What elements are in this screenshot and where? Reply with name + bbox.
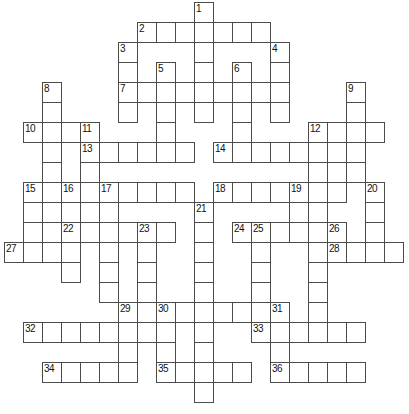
- grid-cell-r7c5[interactable]: [99, 142, 119, 163]
- grid-cell-r12c1[interactable]: [23, 242, 43, 263]
- clue-number-28: 28: [329, 243, 339, 254]
- grid-cell-r12c19[interactable]: [365, 242, 385, 263]
- grid-cell-r2c10[interactable]: [194, 42, 214, 63]
- grid-cell-r4c7[interactable]: [137, 82, 157, 103]
- grid-cell-r7c13[interactable]: [251, 142, 271, 163]
- clue-number-3: 3: [120, 43, 125, 54]
- grid-cell-r16c10[interactable]: [194, 322, 214, 343]
- grid-cell-r13c13[interactable]: [251, 262, 271, 283]
- clue-number-21: 21: [196, 203, 206, 214]
- grid-cell-r18c12[interactable]: [232, 362, 252, 383]
- grid-cell-r18c18[interactable]: [346, 362, 366, 383]
- grid-cell-r12c16[interactable]: [308, 242, 328, 263]
- grid-cell-r12c10[interactable]: [194, 242, 214, 263]
- grid-cell-r9c6[interactable]: [118, 182, 138, 203]
- clue-number-4: 4: [272, 43, 277, 54]
- grid-cell-r11c1[interactable]: [23, 222, 43, 243]
- grid-cell-r9c13[interactable]: [251, 182, 271, 203]
- grid-cell-r18c2[interactable]: 34: [42, 362, 62, 383]
- crossword-grid: 1234568791011121314151617181920212223242…: [4, 2, 407, 406]
- grid-cell-r11c15[interactable]: [289, 222, 309, 243]
- grid-cell-r11c17[interactable]: 26: [327, 222, 347, 243]
- grid-cell-r9c14[interactable]: [270, 182, 290, 203]
- grid-cell-r2c14[interactable]: 4: [270, 42, 290, 63]
- grid-cell-r6c3[interactable]: [61, 122, 81, 143]
- grid-cell-r15c6[interactable]: 29: [118, 302, 138, 323]
- grid-cell-r1c12[interactable]: [232, 22, 252, 43]
- grid-cell-r16c6[interactable]: [118, 322, 138, 343]
- grid-cell-r18c8[interactable]: 35: [156, 362, 176, 383]
- grid-cell-r7c4[interactable]: 13: [80, 142, 100, 163]
- grid-cell-r16c15[interactable]: [289, 322, 309, 343]
- grid-cell-r9c16[interactable]: [308, 182, 328, 203]
- grid-cell-r18c14[interactable]: 36: [270, 362, 290, 383]
- grid-cell-r11c7[interactable]: 23: [137, 222, 157, 243]
- grid-cell-r9c7[interactable]: [137, 182, 157, 203]
- grid-cell-r6c18[interactable]: [346, 122, 366, 143]
- grid-cell-r15c12[interactable]: [232, 302, 252, 323]
- grid-cell-r2c6[interactable]: 3: [118, 42, 138, 63]
- grid-cell-r9c15[interactable]: 19: [289, 182, 309, 203]
- grid-cell-r13c10[interactable]: [194, 262, 214, 283]
- grid-cell-r14c7[interactable]: [137, 282, 157, 303]
- clue-number-10: 10: [25, 123, 35, 134]
- grid-cell-r8c18[interactable]: [346, 162, 366, 183]
- grid-cell-r5c10[interactable]: [194, 102, 214, 123]
- grid-cell-r9c5[interactable]: 17: [99, 182, 119, 203]
- grid-cell-r10c15[interactable]: [289, 202, 309, 223]
- grid-cell-r4c10[interactable]: [194, 82, 214, 103]
- grid-cell-r9c8[interactable]: [156, 182, 176, 203]
- grid-cell-r15c14[interactable]: 31: [270, 302, 290, 323]
- clue-number-29: 29: [120, 303, 130, 314]
- clue-number-33: 33: [253, 323, 263, 334]
- grid-cell-r6c4[interactable]: 11: [80, 122, 100, 143]
- grid-cell-r18c6[interactable]: [118, 362, 138, 383]
- grid-cell-r12c7[interactable]: [137, 242, 157, 263]
- grid-cell-r5c6[interactable]: [118, 102, 138, 123]
- grid-cell-r8c16[interactable]: [308, 162, 328, 183]
- grid-cell-r0c10[interactable]: 1: [194, 2, 214, 23]
- grid-cell-r7c8[interactable]: [156, 142, 176, 163]
- clue-number-22: 22: [63, 223, 73, 234]
- grid-cell-r11c3[interactable]: 22: [61, 222, 81, 243]
- grid-cell-r7c7[interactable]: [137, 142, 157, 163]
- grid-cell-r8c4[interactable]: [80, 162, 100, 183]
- clue-number-1: 1: [196, 3, 201, 14]
- grid-cell-r12c20[interactable]: [384, 242, 404, 263]
- grid-cell-r12c3[interactable]: [61, 242, 81, 263]
- grid-cell-r4c2[interactable]: 8: [42, 82, 62, 103]
- grid-cell-r6c1[interactable]: 10: [23, 122, 43, 143]
- grid-cell-r10c3[interactable]: [61, 202, 81, 223]
- clue-number-18: 18: [215, 183, 225, 194]
- clue-number-31: 31: [272, 303, 282, 314]
- grid-cell-r10c5[interactable]: [99, 202, 119, 223]
- grid-cell-r13c16[interactable]: [308, 262, 328, 283]
- clue-number-2: 2: [139, 23, 144, 34]
- grid-cell-r5c2[interactable]: [42, 102, 62, 123]
- grid-cell-r6c12[interactable]: [232, 122, 252, 143]
- grid-cell-r16c1[interactable]: 32: [23, 322, 43, 343]
- grid-cell-r9c9[interactable]: [175, 182, 195, 203]
- clue-number-20: 20: [367, 183, 377, 194]
- grid-cell-r15c7[interactable]: [137, 302, 157, 323]
- grid-cell-r12c17[interactable]: 28: [327, 242, 347, 263]
- grid-cell-r16c8[interactable]: [156, 322, 176, 343]
- grid-cell-r3c6[interactable]: [118, 62, 138, 83]
- grid-cell-r11c8[interactable]: [156, 222, 176, 243]
- grid-cell-r19c10[interactable]: [194, 382, 214, 403]
- grid-cell-r17c8[interactable]: [156, 342, 176, 363]
- clue-number-17: 17: [101, 183, 111, 194]
- grid-cell-r9c17[interactable]: [327, 182, 347, 203]
- grid-cell-r16c2[interactable]: [42, 322, 62, 343]
- grid-cell-r6c8[interactable]: [156, 122, 176, 143]
- grid-cell-r18c5[interactable]: [99, 362, 119, 383]
- grid-cell-r10c2[interactable]: [42, 202, 62, 223]
- clue-number-14: 14: [215, 143, 225, 154]
- grid-cell-r16c16[interactable]: [308, 322, 328, 343]
- grid-cell-r16c4[interactable]: [80, 322, 100, 343]
- grid-cell-r9c19[interactable]: 20: [365, 182, 385, 203]
- grid-cell-r12c0[interactable]: 27: [4, 242, 24, 263]
- grid-cell-r7c16[interactable]: [308, 142, 328, 163]
- grid-cell-r5c12[interactable]: [232, 102, 252, 123]
- grid-cell-r10c16[interactable]: [308, 202, 328, 223]
- clue-number-36: 36: [272, 363, 282, 374]
- grid-cell-r1c13[interactable]: [251, 22, 271, 43]
- grid-cell-r18c15[interactable]: [289, 362, 309, 383]
- grid-cell-r1c7[interactable]: 2: [137, 22, 157, 43]
- grid-cell-r6c17[interactable]: [327, 122, 347, 143]
- grid-cell-r14c10[interactable]: [194, 282, 214, 303]
- grid-cell-r9c11[interactable]: 18: [213, 182, 233, 203]
- grid-cell-r7c9[interactable]: [175, 142, 195, 163]
- grid-cell-r18c11[interactable]: [213, 362, 233, 383]
- grid-cell-r18c16[interactable]: [308, 362, 328, 383]
- clue-number-27: 27: [6, 243, 16, 254]
- grid-cell-r4c13[interactable]: [251, 82, 271, 103]
- grid-cell-r17c10[interactable]: [194, 342, 214, 363]
- grid-cell-r16c17[interactable]: [327, 322, 347, 343]
- grid-cell-r18c4[interactable]: [80, 362, 100, 383]
- grid-cell-r12c18[interactable]: [346, 242, 366, 263]
- grid-cell-r10c10[interactable]: 21: [194, 202, 214, 223]
- grid-cell-r15c16[interactable]: [308, 302, 328, 323]
- grid-cell-r5c8[interactable]: [156, 102, 176, 123]
- grid-cell-r3c14[interactable]: [270, 62, 290, 83]
- grid-cell-r11c10[interactable]: [194, 222, 214, 243]
- grid-cell-r11c6[interactable]: [118, 222, 138, 243]
- clue-number-7: 7: [120, 83, 125, 94]
- clue-number-34: 34: [44, 363, 54, 374]
- grid-cell-r9c3[interactable]: 16: [61, 182, 81, 203]
- grid-cell-r5c14[interactable]: [270, 102, 290, 123]
- grid-cell-r9c2[interactable]: [42, 182, 62, 203]
- clue-number-11: 11: [82, 123, 91, 134]
- clue-number-23: 23: [139, 223, 149, 234]
- grid-cell-r15c10[interactable]: [194, 302, 214, 323]
- grid-cell-r9c1[interactable]: 15: [23, 182, 43, 203]
- grid-cell-r12c2[interactable]: [42, 242, 62, 263]
- clue-number-16: 16: [63, 183, 73, 194]
- grid-cell-r4c6[interactable]: 7: [118, 82, 138, 103]
- grid-cell-r11c4[interactable]: [80, 222, 100, 243]
- grid-cell-r16c3[interactable]: [61, 322, 81, 343]
- grid-cell-r17c6[interactable]: [118, 342, 138, 363]
- clue-number-35: 35: [158, 363, 168, 374]
- grid-cell-r1c9[interactable]: [175, 22, 195, 43]
- grid-cell-r14c13[interactable]: [251, 282, 271, 303]
- clue-number-13: 13: [82, 143, 92, 154]
- grid-cell-r15c13[interactable]: [251, 302, 271, 323]
- grid-cell-r4c18[interactable]: 9: [346, 82, 366, 103]
- grid-cell-r7c17[interactable]: [327, 142, 347, 163]
- clue-number-30: 30: [158, 303, 168, 314]
- grid-cell-r12c5[interactable]: [99, 242, 119, 263]
- grid-cell-r15c9[interactable]: [175, 302, 195, 323]
- grid-cell-r11c14[interactable]: [270, 222, 290, 243]
- grid-cell-r7c6[interactable]: [118, 142, 138, 163]
- clue-number-25: 25: [253, 223, 263, 234]
- clue-number-32: 32: [25, 323, 35, 334]
- grid-cell-r16c5[interactable]: [99, 322, 119, 343]
- clue-number-19: 19: [291, 183, 301, 194]
- grid-cell-r8c2[interactable]: [42, 162, 62, 183]
- grid-cell-r7c12[interactable]: [232, 142, 252, 163]
- grid-cell-r6c16[interactable]: 12: [308, 122, 328, 143]
- grid-cell-r17c14[interactable]: [270, 342, 290, 363]
- grid-cell-r1c11[interactable]: [213, 22, 233, 43]
- grid-cell-r6c19[interactable]: [365, 122, 385, 143]
- grid-cell-r18c3[interactable]: [61, 362, 81, 383]
- grid-cell-r11c12[interactable]: 24: [232, 222, 252, 243]
- grid-cell-r18c9[interactable]: [175, 362, 195, 383]
- grid-cell-r16c14[interactable]: [270, 322, 290, 343]
- grid-cell-r13c7[interactable]: [137, 262, 157, 283]
- grid-cell-r7c15[interactable]: [289, 142, 309, 163]
- grid-cell-r10c1[interactable]: [23, 202, 43, 223]
- grid-cell-r11c16[interactable]: [308, 222, 328, 243]
- grid-cell-r3c10[interactable]: [194, 62, 214, 83]
- clue-number-12: 12: [310, 123, 320, 134]
- grid-cell-r10c19[interactable]: [365, 202, 385, 223]
- clue-number-9: 9: [348, 83, 353, 94]
- grid-cell-r15c8[interactable]: 30: [156, 302, 176, 323]
- grid-cell-r15c11[interactable]: [213, 302, 233, 323]
- grid-cell-r11c13[interactable]: 25: [251, 222, 271, 243]
- grid-cell-r14c16[interactable]: [308, 282, 328, 303]
- grid-cell-r1c10[interactable]: [194, 22, 214, 43]
- grid-cell-r18c10[interactable]: [194, 362, 214, 383]
- grid-cell-r16c7[interactable]: [137, 322, 157, 343]
- grid-cell-r9c12[interactable]: [232, 182, 252, 203]
- clue-number-26: 26: [329, 223, 339, 234]
- grid-cell-r5c18[interactable]: [346, 102, 366, 123]
- grid-cell-r14c5[interactable]: [99, 282, 119, 303]
- grid-cell-r16c18[interactable]: [346, 322, 366, 343]
- grid-cell-r4c14[interactable]: [270, 82, 290, 103]
- grid-cell-r18c17[interactable]: [327, 362, 347, 383]
- grid-cell-r9c4[interactable]: [80, 182, 100, 203]
- grid-cell-r3c12[interactable]: 6: [232, 62, 252, 83]
- clue-number-5: 5: [158, 63, 163, 74]
- clue-number-8: 8: [44, 83, 49, 94]
- grid-cell-r12c13[interactable]: [251, 242, 271, 263]
- grid-cell-r4c8[interactable]: [156, 82, 176, 103]
- grid-cell-r7c14[interactable]: [270, 142, 290, 163]
- clue-number-6: 6: [234, 63, 239, 74]
- grid-cell-r13c5[interactable]: [99, 262, 119, 283]
- grid-cell-r7c18[interactable]: [346, 142, 366, 163]
- grid-cell-r4c9[interactable]: [175, 82, 195, 103]
- grid-cell-r16c13[interactable]: 33: [251, 322, 271, 343]
- grid-cell-r11c5[interactable]: [99, 222, 119, 243]
- clue-number-15: 15: [25, 183, 35, 194]
- grid-cell-r7c2[interactable]: [42, 142, 62, 163]
- grid-cell-r11c19[interactable]: [365, 222, 385, 243]
- clue-number-24: 24: [234, 223, 244, 234]
- grid-cell-r1c8[interactable]: [156, 22, 176, 43]
- grid-cell-r13c3[interactable]: [61, 262, 81, 283]
- grid-cell-r4c12[interactable]: [232, 82, 252, 103]
- grid-cell-r6c2[interactable]: [42, 122, 62, 143]
- grid-cell-r7c11[interactable]: 14: [213, 142, 233, 163]
- grid-cell-r3c8[interactable]: 5: [156, 62, 176, 83]
- grid-cell-r4c11[interactable]: [213, 82, 233, 103]
